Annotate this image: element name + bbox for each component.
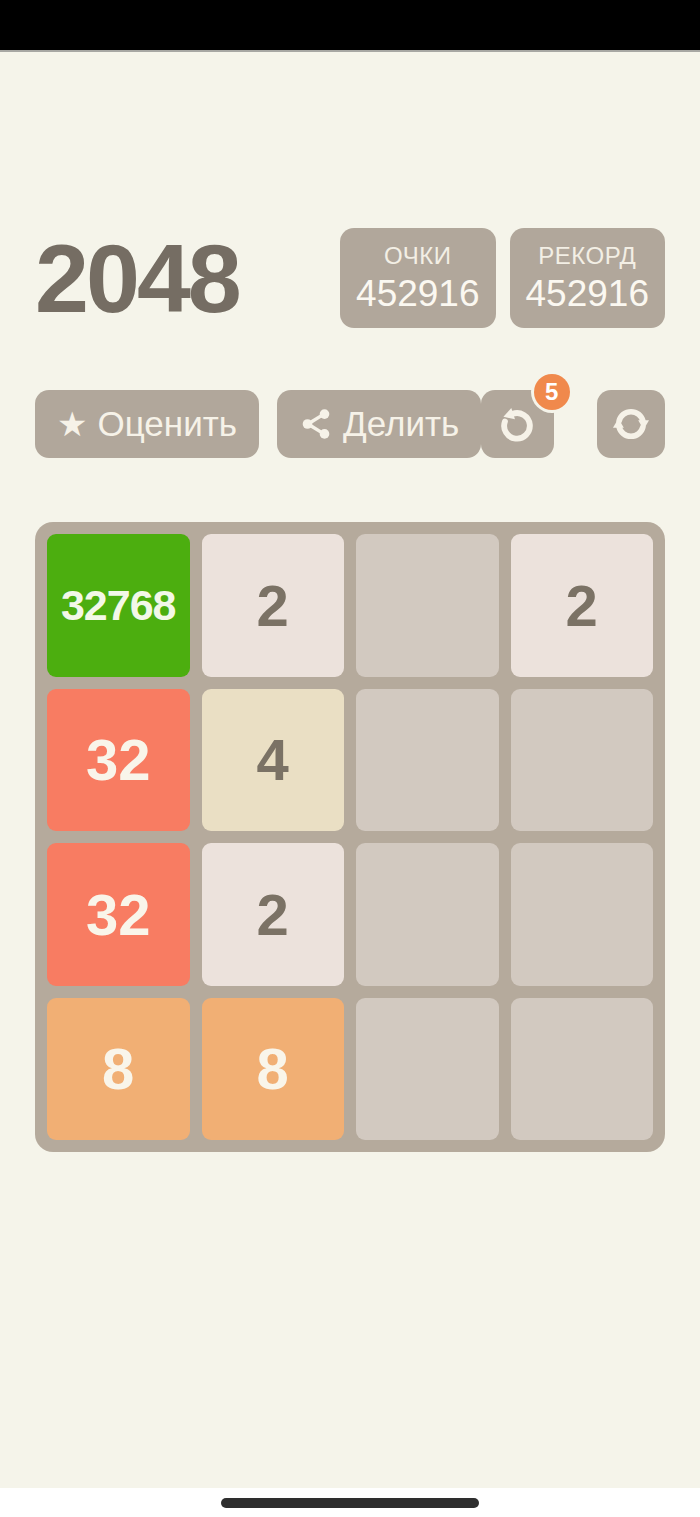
home-strip — [0, 1488, 700, 1517]
cell-empty-r4c4 — [511, 998, 654, 1141]
home-indicator[interactable] — [221, 1498, 479, 1508]
rate-button-label: Оценить — [97, 404, 237, 444]
score-panels: ОЧКИ 452916 РЕКОРД 452916 — [340, 228, 665, 328]
score-value: 452916 — [356, 273, 479, 315]
game-title: 2048 — [35, 230, 239, 327]
best-score-label: РЕКОРД — [538, 242, 636, 270]
tile-32: 32 — [47, 689, 190, 832]
refresh-icon — [610, 403, 652, 445]
tile-2: 2 — [511, 534, 654, 677]
best-score-box: РЕКОРД 452916 — [510, 228, 665, 328]
tile-8: 8 — [47, 998, 190, 1141]
tile-2: 2 — [202, 843, 345, 986]
cell-empty-r3c3 — [356, 843, 499, 986]
main-content: 2048 ОЧКИ 452916 РЕКОРД 452916 ★ Оценить — [0, 52, 700, 1152]
star-icon: ★ — [57, 407, 87, 441]
share-button[interactable]: Делить — [277, 390, 481, 458]
cell-empty-r1c3 — [356, 534, 499, 677]
cell-empty-r2c3 — [356, 689, 499, 832]
tile-8: 8 — [202, 998, 345, 1141]
score-label: ОЧКИ — [384, 242, 451, 270]
cell-empty-r4c3 — [356, 998, 499, 1141]
refresh-button[interactable] — [597, 390, 665, 458]
app-screen: 2048 ОЧКИ 452916 РЕКОРД 452916 ★ Оценить — [0, 0, 700, 1517]
undo-icon — [495, 402, 539, 446]
share-icon — [299, 407, 333, 441]
rate-button[interactable]: ★ Оценить — [35, 390, 259, 458]
share-button-label: Делить — [343, 404, 459, 444]
tile-2: 2 — [202, 534, 345, 677]
board[interactable]: 327682232432288 — [35, 522, 665, 1152]
header: 2048 ОЧКИ 452916 РЕКОРД 452916 — [35, 228, 665, 328]
status-bar — [0, 0, 700, 50]
cell-empty-r3c4 — [511, 843, 654, 986]
cell-empty-r2c4 — [511, 689, 654, 832]
undo-count-badge: 5 — [534, 374, 570, 410]
score-box: ОЧКИ 452916 — [340, 228, 495, 328]
tile-4: 4 — [202, 689, 345, 832]
tile-32768: 32768 — [47, 534, 190, 677]
best-score-value: 452916 — [526, 273, 649, 315]
toolbar: ★ Оценить — [35, 390, 665, 458]
undo-button[interactable]: 5 — [481, 390, 553, 458]
tile-32: 32 — [47, 843, 190, 986]
